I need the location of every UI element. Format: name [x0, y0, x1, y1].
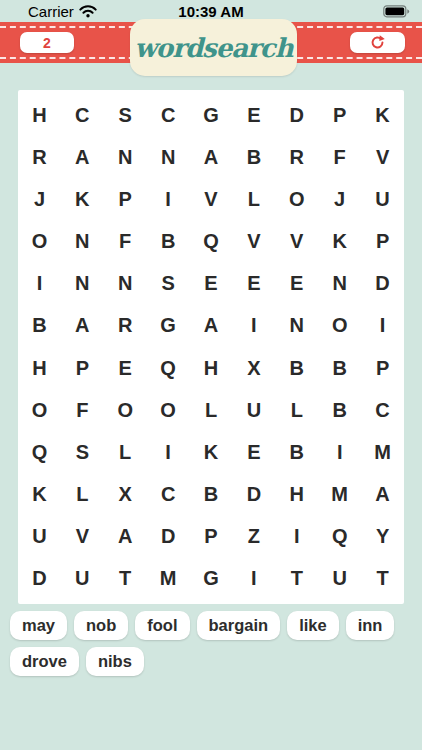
score-button[interactable]: 2	[20, 32, 74, 53]
refresh-button[interactable]	[350, 32, 405, 53]
grid-cell-r8c1[interactable]: O	[18, 389, 61, 431]
grid-cell-r10c4[interactable]: C	[147, 474, 190, 516]
grid-cell-r4c9[interactable]: P	[361, 221, 404, 263]
grid-cell-r5c2[interactable]: N	[61, 263, 104, 305]
grid-cell-r4c3[interactable]: F	[104, 221, 147, 263]
grid-cell-r8c6[interactable]: U	[232, 389, 275, 431]
grid-cell-r2c7[interactable]: R	[275, 136, 318, 178]
grid-cell-r4c1[interactable]: O	[18, 221, 61, 263]
grid-cell-r4c7[interactable]: V	[275, 221, 318, 263]
grid-cell-r1c9[interactable]: K	[361, 94, 404, 136]
grid-cell-r12c7[interactable]: T	[275, 558, 318, 600]
app-logo: wordsearch	[134, 33, 292, 63]
grid-cell-r2c4[interactable]: N	[147, 136, 190, 178]
grid-cell-r6c1[interactable]: B	[18, 305, 61, 347]
grid-cell-r7c6[interactable]: X	[232, 347, 275, 389]
grid-cell-r2c3[interactable]: N	[104, 136, 147, 178]
grid-cell-r3c3[interactable]: P	[104, 178, 147, 220]
grid-cell-r9c2[interactable]: S	[61, 431, 104, 473]
grid-cell-r7c3[interactable]: E	[104, 347, 147, 389]
word-chip-nob: nob	[74, 611, 128, 640]
grid-cell-r9c9[interactable]: M	[361, 431, 404, 473]
grid-cell-r5c8[interactable]: N	[318, 263, 361, 305]
grid-cell-r5c7[interactable]: E	[275, 263, 318, 305]
grid-cell-r12c6[interactable]: I	[232, 558, 275, 600]
grid-cell-r3c9[interactable]: U	[361, 178, 404, 220]
grid-cell-r7c9[interactable]: P	[361, 347, 404, 389]
grid-cell-r6c3[interactable]: R	[104, 305, 147, 347]
grid-cell-r9c1[interactable]: Q	[18, 431, 61, 473]
grid-cell-r1c5[interactable]: G	[190, 94, 233, 136]
grid-cell-r3c4[interactable]: I	[147, 178, 190, 220]
grid-cell-r3c7[interactable]: O	[275, 178, 318, 220]
grid-cell-r8c9[interactable]: C	[361, 389, 404, 431]
grid-cell-r4c2[interactable]: N	[61, 221, 104, 263]
grid-cell-r5c3[interactable]: N	[104, 263, 147, 305]
grid-cell-r10c5[interactable]: B	[190, 474, 233, 516]
word-chip-inn: inn	[346, 611, 395, 640]
word-chip-like: like	[287, 611, 339, 640]
word-chip-may: may	[10, 611, 67, 640]
grid-cell-r6c8[interactable]: O	[318, 305, 361, 347]
grid-cell-r6c9[interactable]: I	[361, 305, 404, 347]
grid-cell-r9c5[interactable]: K	[190, 431, 233, 473]
grid-cell-r11c2[interactable]: V	[61, 516, 104, 558]
grid-cell-r9c8[interactable]: I	[318, 431, 361, 473]
grid-cell-r7c2[interactable]: P	[61, 347, 104, 389]
grid-cell-r11c1[interactable]: U	[18, 516, 61, 558]
grid-cell-r1c4[interactable]: C	[147, 94, 190, 136]
grid-cell-r8c7[interactable]: L	[275, 389, 318, 431]
grid-cell-r7c7[interactable]: B	[275, 347, 318, 389]
grid-cell-r1c8[interactable]: P	[318, 94, 361, 136]
grid-cell-r5c4[interactable]: S	[147, 263, 190, 305]
grid-cell-r8c4[interactable]: O	[147, 389, 190, 431]
grid-cell-r2c2[interactable]: A	[61, 136, 104, 178]
grid-cell-r8c5[interactable]: L	[190, 389, 233, 431]
clock: 10:39 AM	[0, 3, 422, 20]
grid-cell-r9c7[interactable]: B	[275, 431, 318, 473]
grid-cell-r8c3[interactable]: O	[104, 389, 147, 431]
grid-cell-r9c6[interactable]: E	[232, 431, 275, 473]
grid-cell-r12c5[interactable]: G	[190, 558, 233, 600]
grid-cell-r5c1[interactable]: I	[18, 263, 61, 305]
grid-cell-r7c4[interactable]: Q	[147, 347, 190, 389]
grid-cell-r11c4[interactable]: D	[147, 516, 190, 558]
grid-cell-r12c4[interactable]: M	[147, 558, 190, 600]
grid-cell-r2c9[interactable]: V	[361, 136, 404, 178]
grid-cell-r12c3[interactable]: T	[104, 558, 147, 600]
grid-cell-r6c4[interactable]: G	[147, 305, 190, 347]
grid-cell-r10c6[interactable]: D	[232, 474, 275, 516]
grid-cell-r7c8[interactable]: B	[318, 347, 361, 389]
grid-cell-r2c1[interactable]: R	[18, 136, 61, 178]
grid-cell-r11c7[interactable]: I	[275, 516, 318, 558]
grid-cell-r4c4[interactable]: B	[147, 221, 190, 263]
grid-cell-r3c8[interactable]: J	[318, 178, 361, 220]
grid-cell-r6c6[interactable]: I	[232, 305, 275, 347]
grid-cell-r2c8[interactable]: F	[318, 136, 361, 178]
grid-cell-r3c1[interactable]: J	[18, 178, 61, 220]
grid-cell-r12c9[interactable]: T	[361, 558, 404, 600]
grid-cell-r4c5[interactable]: Q	[190, 221, 233, 263]
grid-cell-r12c8[interactable]: U	[318, 558, 361, 600]
refresh-icon	[369, 34, 386, 51]
grid-cell-r1c1[interactable]: H	[18, 94, 61, 136]
grid-cell-r1c2[interactable]: C	[61, 94, 104, 136]
grid-cell-r3c5[interactable]: V	[190, 178, 233, 220]
grid-cell-r11c5[interactable]: P	[190, 516, 233, 558]
grid-cell-r8c8[interactable]: B	[318, 389, 361, 431]
word-chip-fool: fool	[135, 611, 189, 640]
grid-cell-r4c6[interactable]: V	[232, 221, 275, 263]
grid-cell-r10c3[interactable]: X	[104, 474, 147, 516]
grid-cell-r1c6[interactable]: E	[232, 94, 275, 136]
grid-cell-r8c2[interactable]: F	[61, 389, 104, 431]
word-chip-nibs: nibs	[86, 647, 144, 676]
grid-cell-r9c3[interactable]: L	[104, 431, 147, 473]
grid-cell-r5c5[interactable]: E	[190, 263, 233, 305]
score-value: 2	[43, 35, 51, 51]
grid-cell-r12c1[interactable]: D	[18, 558, 61, 600]
grid-cell-r7c1[interactable]: H	[18, 347, 61, 389]
grid-cell-r7c5[interactable]: H	[190, 347, 233, 389]
grid-cell-r10c1[interactable]: K	[18, 474, 61, 516]
grid-cell-r5c6[interactable]: E	[232, 263, 275, 305]
grid-cell-r11c6[interactable]: Z	[232, 516, 275, 558]
grid-cell-r3c2[interactable]: K	[61, 178, 104, 220]
grid-cell-r6c2[interactable]: A	[61, 305, 104, 347]
grid-cell-r12c2[interactable]: U	[61, 558, 104, 600]
letter-grid: HCSCGEDPKRANNABRFVJKPIVLOJUONFBQVVKPINNS…	[18, 90, 404, 604]
grid-cell-r3c6[interactable]: L	[232, 178, 275, 220]
grid-cell-r9c4[interactable]: I	[147, 431, 190, 473]
grid-cell-r10c2[interactable]: L	[61, 474, 104, 516]
grid-cell-r10c9[interactable]: A	[361, 474, 404, 516]
grid-cell-r11c3[interactable]: A	[104, 516, 147, 558]
word-list: maynobfoolbargainlikeinndrovenibs	[10, 611, 412, 676]
grid-cell-r11c8[interactable]: Q	[318, 516, 361, 558]
grid-cell-r1c7[interactable]: D	[275, 94, 318, 136]
word-chip-bargain: bargain	[197, 611, 281, 640]
word-chip-drove: drove	[10, 647, 79, 676]
grid-cell-r11c9[interactable]: Y	[361, 516, 404, 558]
grid-cell-r2c6[interactable]: B	[232, 136, 275, 178]
logo-panel: wordsearch	[130, 19, 297, 76]
grid-cell-r6c7[interactable]: N	[275, 305, 318, 347]
grid-cell-r2c5[interactable]: A	[190, 136, 233, 178]
grid-cell-r1c3[interactable]: S	[104, 94, 147, 136]
grid-cell-r10c8[interactable]: M	[318, 474, 361, 516]
grid-cell-r6c5[interactable]: A	[190, 305, 233, 347]
grid-cell-r10c7[interactable]: H	[275, 474, 318, 516]
grid-cell-r5c9[interactable]: D	[361, 263, 404, 305]
grid-cell-r4c8[interactable]: K	[318, 221, 361, 263]
